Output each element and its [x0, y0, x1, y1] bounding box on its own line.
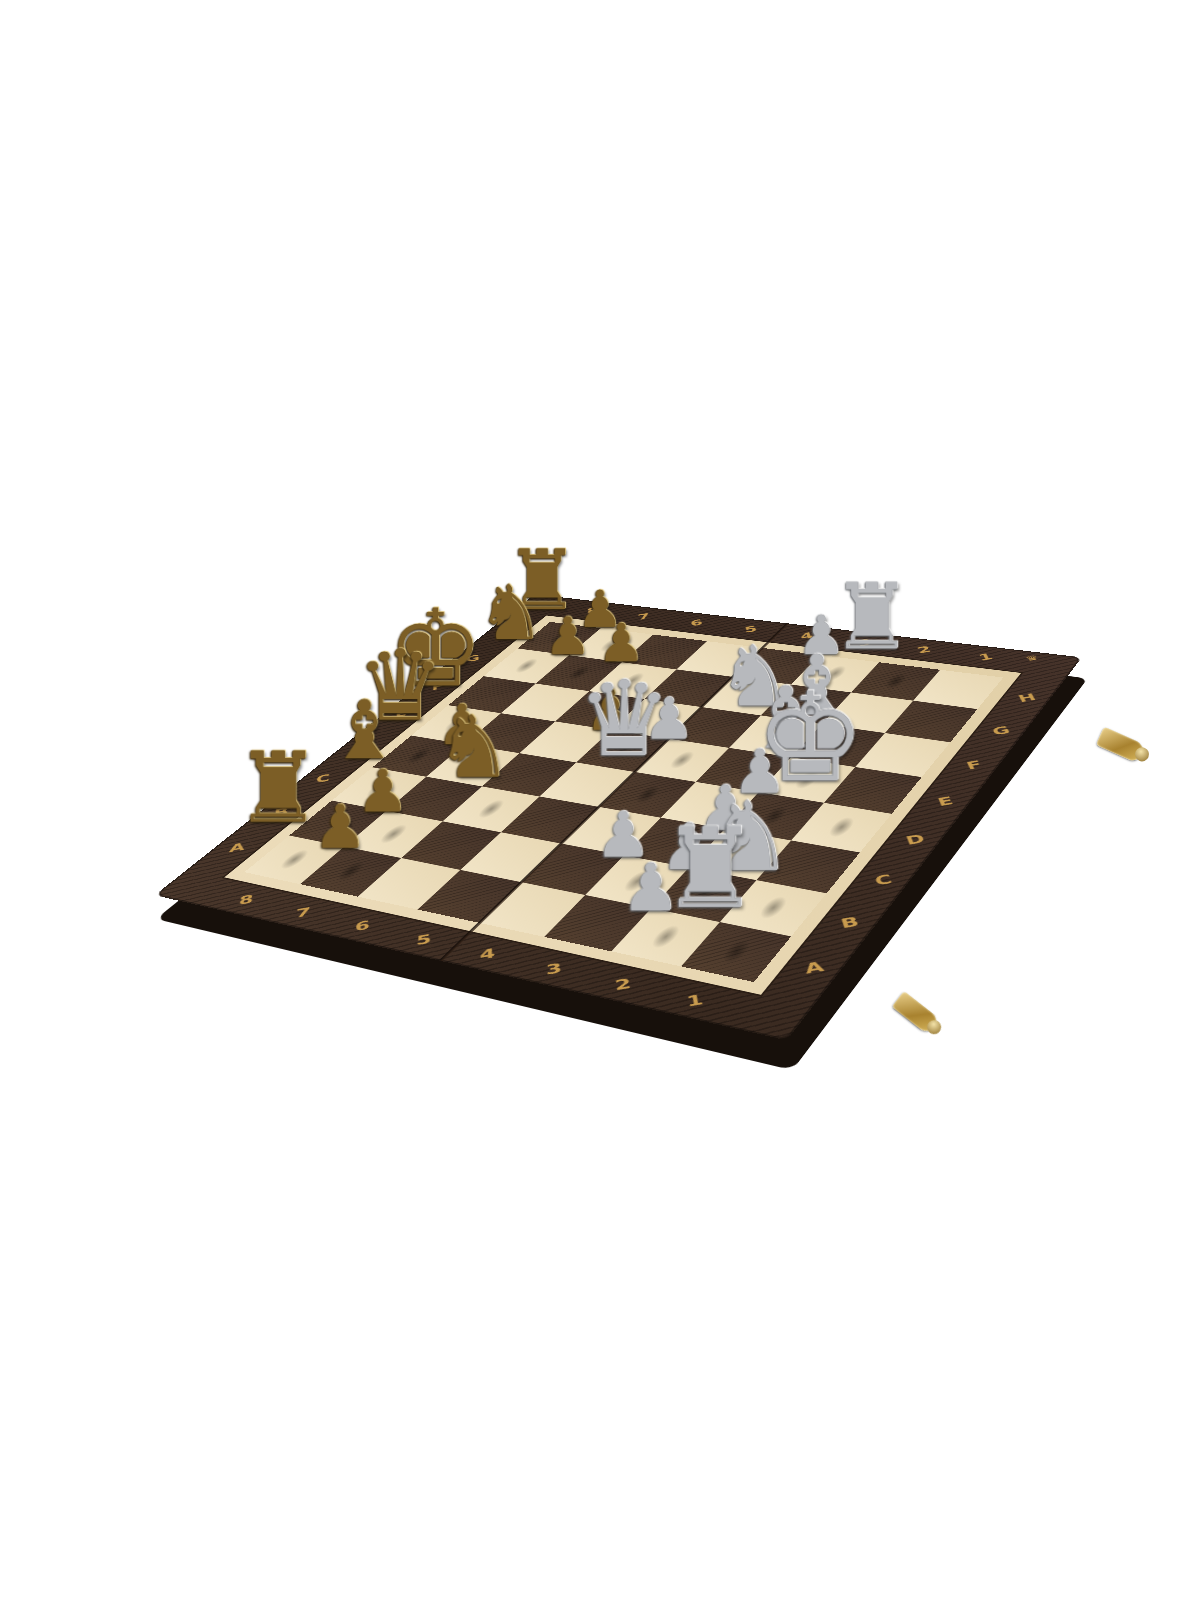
- rook-glyph: ♜: [660, 814, 759, 924]
- product-photo-chess-set: { "game": "chess", "scene": "Folding woo…: [0, 0, 1200, 1600]
- pawn-glyph: ♟: [313, 797, 367, 857]
- pawn-glyph: ♟: [544, 610, 591, 662]
- rook-glyph: ♜: [234, 740, 321, 837]
- brass-clasp-icon: [1096, 727, 1146, 764]
- knight-glyph: ♞: [436, 704, 513, 790]
- chess-board: AA88BB77CC66DD55EE44FF33GG22HH11 ♛ ♜♝♛♚♞…: [155, 594, 1082, 1040]
- queen-glyph: ♛: [577, 667, 671, 771]
- brass-clasp-icon: [892, 991, 941, 1035]
- knight-glyph: ♞: [477, 575, 545, 651]
